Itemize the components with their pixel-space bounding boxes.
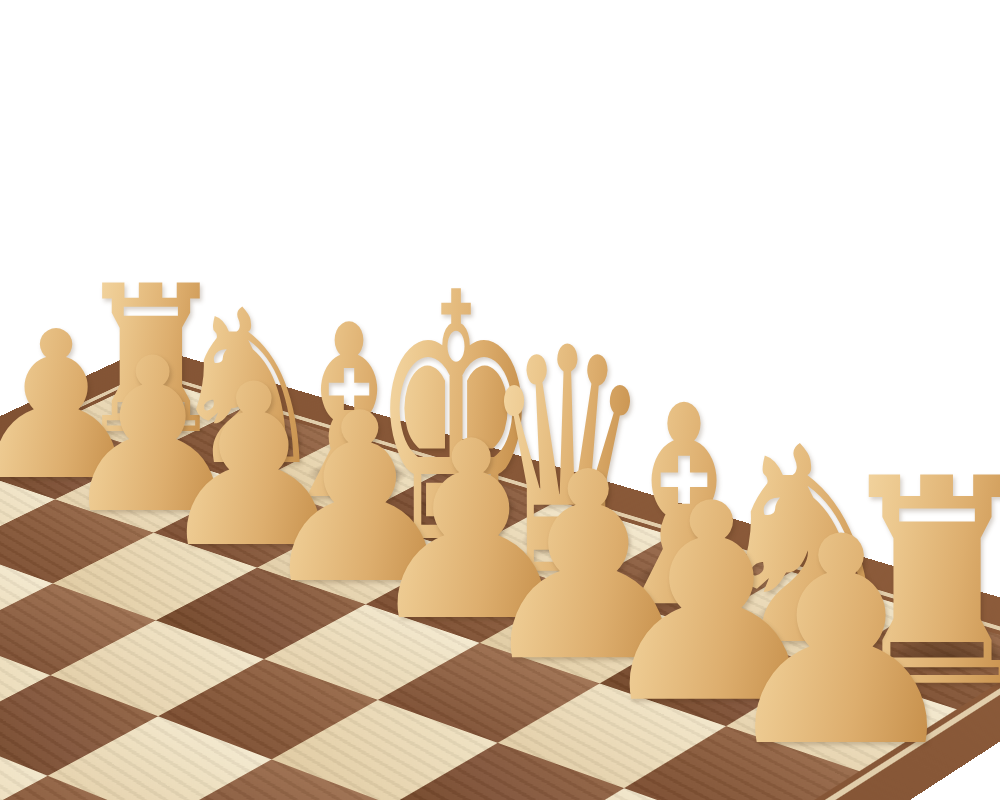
chessboard-product-photo: ♜♞♝♚♛♝♞♜♟♟♟♟♟♟♟♟ <box>0 0 1000 800</box>
chess-board <box>0 346 1000 800</box>
board-squares-grid <box>0 378 1000 800</box>
